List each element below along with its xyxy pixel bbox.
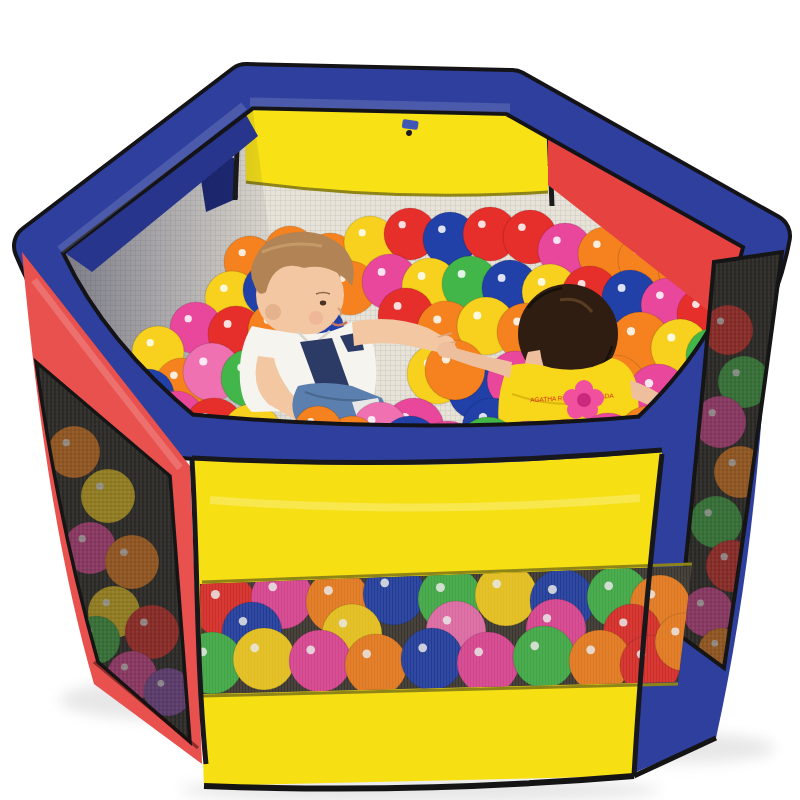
ball-highlight bbox=[199, 358, 207, 366]
ball-highlight bbox=[433, 316, 441, 324]
ball-highlight bbox=[538, 278, 546, 286]
ball-highlight bbox=[224, 320, 232, 328]
ball-highlight bbox=[399, 221, 406, 228]
ball-highlight bbox=[553, 237, 561, 245]
ball-pit-scene: AGATHA RUIZ ✿ LA PRADA bbox=[0, 0, 800, 800]
ball-highlight bbox=[627, 327, 635, 335]
ball-highlight bbox=[147, 339, 154, 346]
ball-highlight bbox=[478, 221, 486, 229]
baby-left-cheek bbox=[309, 311, 323, 325]
baby-right-hand-left bbox=[437, 342, 457, 358]
ball-highlight bbox=[378, 268, 386, 276]
ball-highlight bbox=[518, 224, 526, 232]
product-photo: AGATHA RUIZ ✿ LA PRADA bbox=[0, 0, 800, 800]
ball-highlight bbox=[418, 272, 426, 280]
ball-highlight bbox=[473, 312, 481, 320]
ball-highlight bbox=[170, 372, 178, 380]
ball-highlight bbox=[185, 315, 192, 322]
ball-highlight bbox=[656, 292, 664, 300]
front-panel bbox=[181, 450, 713, 788]
ball-highlight bbox=[458, 270, 466, 278]
ball-highlight bbox=[618, 284, 626, 292]
ball-highlight bbox=[667, 334, 675, 342]
ball-highlight bbox=[394, 302, 402, 310]
ball-highlight bbox=[645, 379, 653, 387]
front-mesh-veil bbox=[200, 566, 692, 694]
ball-highlight bbox=[239, 249, 246, 256]
baby-left-ear bbox=[265, 304, 281, 320]
ball-highlight bbox=[438, 226, 446, 234]
ball-highlight bbox=[593, 241, 601, 249]
ball-highlight bbox=[359, 229, 366, 236]
baby-left-eye bbox=[320, 301, 326, 306]
ball-highlight bbox=[220, 285, 228, 293]
ball-highlight bbox=[498, 274, 506, 282]
